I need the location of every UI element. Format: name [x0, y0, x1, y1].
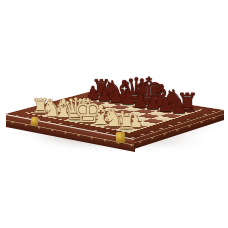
board-grid [27, 94, 201, 133]
chess-board [5, 90, 224, 139]
brass-clasp-front [116, 132, 126, 144]
brass-clasp-left [30, 117, 38, 127]
chess-set-photo: ♜♞♝♛♚♝♞♜♟♟♟♟♟♟♟♟♟♟♟♟♟♟♟♟♜♞♝♛♚♝♞♜ [0, 0, 228, 228]
